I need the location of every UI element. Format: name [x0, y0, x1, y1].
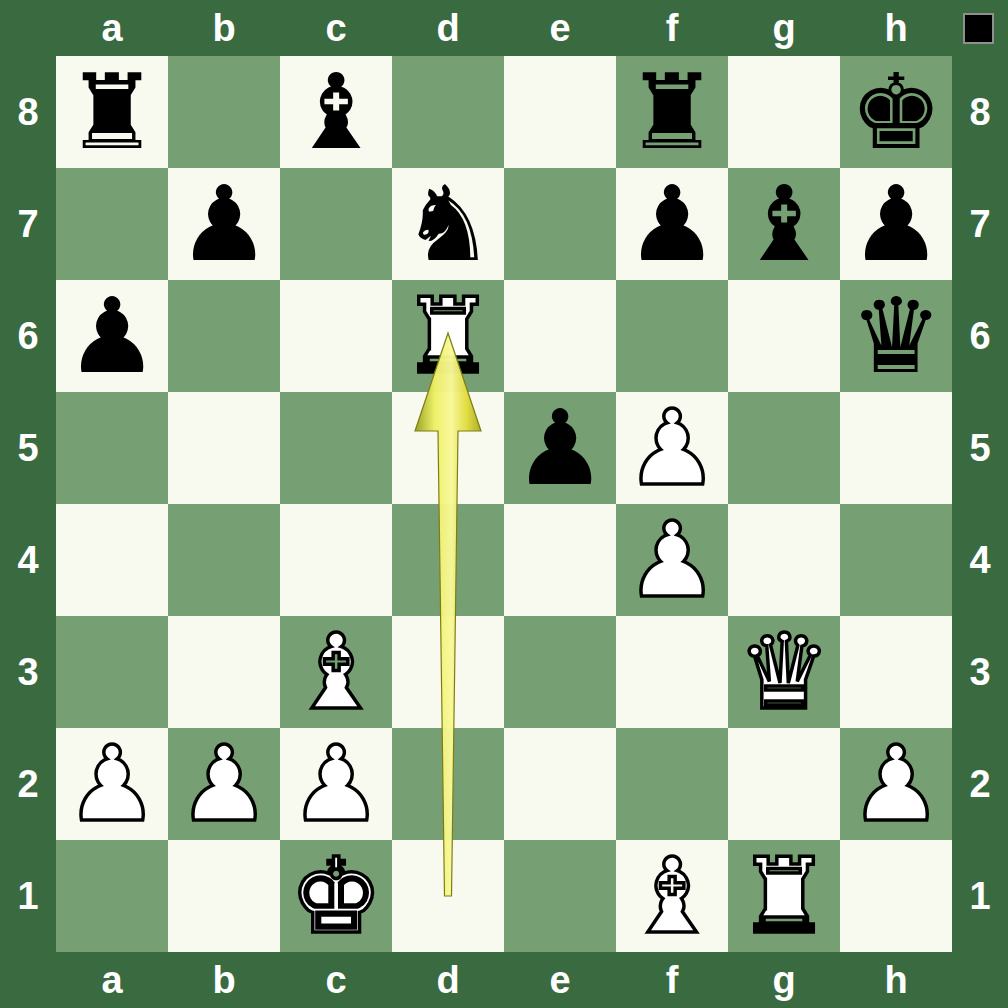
square-g2[interactable]	[728, 728, 840, 840]
square-g4[interactable]	[728, 504, 840, 616]
rank-label-8: 8	[0, 56, 56, 168]
white-king-c1[interactable]: ♚	[280, 840, 392, 952]
square-a7[interactable]	[56, 168, 168, 280]
square-f5[interactable]: ♟	[616, 392, 728, 504]
white-pawn-a2[interactable]: ♟	[56, 728, 168, 840]
square-d6[interactable]: ♜	[392, 280, 504, 392]
file-label-h: h	[840, 0, 952, 56]
rank-label-2: 2	[0, 728, 56, 840]
square-d2[interactable]	[392, 728, 504, 840]
rank-label-1: 1	[952, 840, 1008, 952]
square-f4[interactable]: ♟	[616, 504, 728, 616]
white-pawn-f4[interactable]: ♟	[616, 504, 728, 616]
square-f3[interactable]	[616, 616, 728, 728]
square-e5[interactable]: ♟	[504, 392, 616, 504]
black-rook-a8[interactable]: ♜	[56, 56, 168, 168]
rank-labels-right: 87654321	[952, 56, 1008, 952]
chess-board: ♜♝♜♚♟♞♟♝♟♟♜♛♟♟♟♝♛♟♟♟♟♚♝♜	[56, 56, 952, 952]
white-rook-g1[interactable]: ♜	[728, 840, 840, 952]
file-label-e: e	[504, 952, 616, 1008]
square-b6[interactable]	[168, 280, 280, 392]
white-queen-g3[interactable]: ♛	[728, 616, 840, 728]
square-a2[interactable]: ♟	[56, 728, 168, 840]
square-g6[interactable]	[728, 280, 840, 392]
square-a6[interactable]: ♟	[56, 280, 168, 392]
file-label-f: f	[616, 0, 728, 56]
file-label-b: b	[168, 0, 280, 56]
file-label-h: h	[840, 952, 952, 1008]
black-king-h8[interactable]: ♚	[840, 56, 952, 168]
black-bishop-c8[interactable]: ♝	[280, 56, 392, 168]
rank-label-4: 4	[0, 504, 56, 616]
square-d5[interactable]	[392, 392, 504, 504]
black-knight-d7[interactable]: ♞	[392, 168, 504, 280]
square-c3[interactable]: ♝	[280, 616, 392, 728]
file-label-g: g	[728, 952, 840, 1008]
square-b4[interactable]	[168, 504, 280, 616]
square-g1[interactable]: ♜	[728, 840, 840, 952]
square-e6[interactable]	[504, 280, 616, 392]
square-c7[interactable]	[280, 168, 392, 280]
square-c5[interactable]	[280, 392, 392, 504]
file-label-e: e	[504, 0, 616, 56]
square-d7[interactable]: ♞	[392, 168, 504, 280]
square-d4[interactable]	[392, 504, 504, 616]
black-pawn-e5[interactable]: ♟	[504, 392, 616, 504]
square-a3[interactable]	[56, 616, 168, 728]
square-c6[interactable]	[280, 280, 392, 392]
rank-label-3: 3	[0, 616, 56, 728]
square-h1[interactable]	[840, 840, 952, 952]
file-label-f: f	[616, 952, 728, 1008]
rank-label-3: 3	[952, 616, 1008, 728]
file-labels-bottom: abcdefgh	[56, 952, 952, 1008]
square-e3[interactable]	[504, 616, 616, 728]
square-h2[interactable]: ♟	[840, 728, 952, 840]
square-e2[interactable]	[504, 728, 616, 840]
black-queen-h6[interactable]: ♛	[840, 280, 952, 392]
square-f7[interactable]: ♟	[616, 168, 728, 280]
square-b3[interactable]	[168, 616, 280, 728]
rank-labels-left: 87654321	[0, 56, 56, 952]
chess-board-frame: abcdefgh abcdefgh 87654321 87654321 ♜♝♜♚…	[0, 0, 1008, 1008]
rank-label-7: 7	[0, 168, 56, 280]
square-d8[interactable]	[392, 56, 504, 168]
square-b1[interactable]	[168, 840, 280, 952]
file-labels-top: abcdefgh	[56, 0, 952, 56]
square-h3[interactable]	[840, 616, 952, 728]
square-c4[interactable]	[280, 504, 392, 616]
square-e7[interactable]	[504, 168, 616, 280]
rank-label-7: 7	[952, 168, 1008, 280]
white-rook-d6[interactable]: ♜	[392, 280, 504, 392]
rank-label-2: 2	[952, 728, 1008, 840]
square-c1[interactable]: ♚	[280, 840, 392, 952]
square-e1[interactable]	[504, 840, 616, 952]
black-pawn-b7[interactable]: ♟	[168, 168, 280, 280]
square-g8[interactable]	[728, 56, 840, 168]
square-d1[interactable]	[392, 840, 504, 952]
square-c2[interactable]: ♟	[280, 728, 392, 840]
square-a4[interactable]	[56, 504, 168, 616]
file-label-a: a	[56, 0, 168, 56]
rank-label-6: 6	[952, 280, 1008, 392]
file-label-a: a	[56, 952, 168, 1008]
rank-label-4: 4	[952, 504, 1008, 616]
square-f1[interactable]: ♝	[616, 840, 728, 952]
rank-label-6: 6	[0, 280, 56, 392]
square-b8[interactable]	[168, 56, 280, 168]
rank-label-1: 1	[0, 840, 56, 952]
black-pawn-f7[interactable]: ♟	[616, 168, 728, 280]
square-h6[interactable]: ♛	[840, 280, 952, 392]
black-pawn-h7[interactable]: ♟	[840, 168, 952, 280]
square-g3[interactable]: ♛	[728, 616, 840, 728]
square-a1[interactable]	[56, 840, 168, 952]
black-bishop-g7[interactable]: ♝	[728, 168, 840, 280]
white-pawn-f5[interactable]: ♟	[616, 392, 728, 504]
square-b7[interactable]: ♟	[168, 168, 280, 280]
square-b2[interactable]: ♟	[168, 728, 280, 840]
black-pawn-a6[interactable]: ♟	[56, 280, 168, 392]
file-label-g: g	[728, 0, 840, 56]
square-e8[interactable]	[504, 56, 616, 168]
black-to-move-indicator	[963, 13, 994, 44]
square-d3[interactable]	[392, 616, 504, 728]
square-h4[interactable]	[840, 504, 952, 616]
square-f8[interactable]: ♜	[616, 56, 728, 168]
square-h5[interactable]	[840, 392, 952, 504]
file-label-d: d	[392, 952, 504, 1008]
square-h8[interactable]: ♚	[840, 56, 952, 168]
square-f2[interactable]	[616, 728, 728, 840]
square-b5[interactable]	[168, 392, 280, 504]
rank-label-5: 5	[0, 392, 56, 504]
square-g7[interactable]: ♝	[728, 168, 840, 280]
square-a5[interactable]	[56, 392, 168, 504]
square-f6[interactable]	[616, 280, 728, 392]
file-label-c: c	[280, 0, 392, 56]
rank-label-5: 5	[952, 392, 1008, 504]
file-label-c: c	[280, 952, 392, 1008]
file-label-b: b	[168, 952, 280, 1008]
file-label-d: d	[392, 0, 504, 56]
square-c8[interactable]: ♝	[280, 56, 392, 168]
white-pawn-h2[interactable]: ♟	[840, 728, 952, 840]
square-h7[interactable]: ♟	[840, 168, 952, 280]
white-pawn-c2[interactable]: ♟	[280, 728, 392, 840]
square-g5[interactable]	[728, 392, 840, 504]
rank-label-8: 8	[952, 56, 1008, 168]
square-e4[interactable]	[504, 504, 616, 616]
black-rook-f8[interactable]: ♜	[616, 56, 728, 168]
white-bishop-c3[interactable]: ♝	[280, 616, 392, 728]
square-a8[interactable]: ♜	[56, 56, 168, 168]
white-pawn-b2[interactable]: ♟	[168, 728, 280, 840]
white-bishop-f1[interactable]: ♝	[616, 840, 728, 952]
